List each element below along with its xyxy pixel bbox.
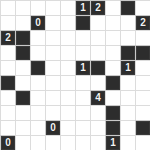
- cell-r1c8-empty[interactable]: [105, 0, 120, 15]
- cell-r10c9-empty[interactable]: [120, 135, 135, 150]
- cell-r4c3-empty[interactable]: [30, 45, 45, 60]
- cell-r2c2-empty[interactable]: [15, 15, 30, 30]
- cell-r4c6-empty[interactable]: [75, 45, 90, 60]
- cell-r7c3-empty[interactable]: [30, 90, 45, 105]
- cell-r3c7-empty[interactable]: [90, 30, 105, 45]
- cell-r6c2-empty[interactable]: [15, 75, 30, 90]
- cell-r1c7-clue-2: 2: [90, 0, 105, 15]
- cell-r9c7-empty[interactable]: [90, 120, 105, 135]
- cell-r1c9-wall: [120, 0, 135, 15]
- cell-r9c6-empty[interactable]: [75, 120, 90, 135]
- cell-r2c3-clue-0: 0: [30, 15, 45, 30]
- cell-r10c4-empty[interactable]: [45, 135, 60, 150]
- cell-r6c1-wall: [0, 75, 15, 90]
- cell-r9c10-wall: [135, 120, 150, 135]
- cell-r6c5-empty[interactable]: [60, 75, 75, 90]
- cell-r9c3-empty[interactable]: [30, 120, 45, 135]
- cell-r10c5-empty[interactable]: [60, 135, 75, 150]
- cell-r5c4-empty[interactable]: [45, 60, 60, 75]
- cell-r5c7-wall: [90, 60, 105, 75]
- cell-r9c8-wall: [105, 120, 120, 135]
- cell-r3c1-clue-2: 2: [0, 30, 15, 45]
- cell-r8c1-empty[interactable]: [0, 105, 15, 120]
- cell-r6c10-empty[interactable]: [135, 75, 150, 90]
- cell-r3c2-wall: [15, 30, 30, 45]
- cell-r8c6-empty[interactable]: [75, 105, 90, 120]
- cell-r1c4-empty[interactable]: [45, 0, 60, 15]
- cell-r10c8-clue-1: 1: [105, 135, 120, 150]
- cell-r2c7-empty[interactable]: [90, 15, 105, 30]
- cell-r6c9-empty[interactable]: [120, 75, 135, 90]
- cell-r3c10-empty[interactable]: [135, 30, 150, 45]
- cell-r1c2-empty[interactable]: [15, 0, 30, 15]
- cell-r5c10-empty[interactable]: [135, 60, 150, 75]
- cell-r2c10-clue-2: 2: [135, 15, 150, 30]
- puzzle-board: 12022114001: [0, 0, 150, 150]
- cell-r5c6-clue-1: 1: [75, 60, 90, 75]
- cell-r1c1-empty[interactable]: [0, 0, 15, 15]
- cell-r3c8-empty[interactable]: [105, 30, 120, 45]
- cell-r4c2-wall: [15, 45, 30, 60]
- cell-r7c7-clue-4: 4: [90, 90, 105, 105]
- cell-r3c3-empty[interactable]: [30, 30, 45, 45]
- cell-r7c8-empty[interactable]: [105, 90, 120, 105]
- cell-r8c2-empty[interactable]: [15, 105, 30, 120]
- cell-r4c9-wall: [120, 45, 135, 60]
- cell-r7c4-empty[interactable]: [45, 90, 60, 105]
- cell-r7c2-wall: [15, 90, 30, 105]
- cell-r2c6-wall: [75, 15, 90, 30]
- cell-r9c5-empty[interactable]: [60, 120, 75, 135]
- cell-r6c7-empty[interactable]: [90, 75, 105, 90]
- cell-r9c9-empty[interactable]: [120, 120, 135, 135]
- cell-r7c10-empty[interactable]: [135, 90, 150, 105]
- cell-r7c9-empty[interactable]: [120, 90, 135, 105]
- cell-r5c8-empty[interactable]: [105, 60, 120, 75]
- cell-r4c4-empty[interactable]: [45, 45, 60, 60]
- cell-r2c4-empty[interactable]: [45, 15, 60, 30]
- cell-r9c2-empty[interactable]: [15, 120, 30, 135]
- cell-r7c5-empty[interactable]: [60, 90, 75, 105]
- cell-r7c6-empty[interactable]: [75, 90, 90, 105]
- cell-r8c7-empty[interactable]: [90, 105, 105, 120]
- cell-r8c9-empty[interactable]: [120, 105, 135, 120]
- cell-r1c5-empty[interactable]: [60, 0, 75, 15]
- cell-r4c8-empty[interactable]: [105, 45, 120, 60]
- cell-r7c1-empty[interactable]: [0, 90, 15, 105]
- cell-r6c3-empty[interactable]: [30, 75, 45, 90]
- cell-r9c1-empty[interactable]: [0, 120, 15, 135]
- cell-r10c3-empty[interactable]: [30, 135, 45, 150]
- cell-r6c8-wall: [105, 75, 120, 90]
- cell-r2c9-empty[interactable]: [120, 15, 135, 30]
- cell-r5c9-clue-1: 1: [120, 60, 135, 75]
- cell-r1c6-clue-1: 1: [75, 0, 90, 15]
- cell-r4c7-empty[interactable]: [90, 45, 105, 60]
- cell-r6c4-empty[interactable]: [45, 75, 60, 90]
- cell-r10c10-empty[interactable]: [135, 135, 150, 150]
- cell-r5c2-empty[interactable]: [15, 60, 30, 75]
- cell-r6c6-empty[interactable]: [75, 75, 90, 90]
- cell-r10c1-clue-0: 0: [0, 135, 15, 150]
- cell-r4c5-empty[interactable]: [60, 45, 75, 60]
- cell-r2c5-empty[interactable]: [60, 15, 75, 30]
- cell-r3c6-empty[interactable]: [75, 30, 90, 45]
- cell-r10c2-empty[interactable]: [15, 135, 30, 150]
- cell-r2c1-empty[interactable]: [0, 15, 15, 30]
- cell-r4c1-empty[interactable]: [0, 45, 15, 60]
- cell-r8c3-empty[interactable]: [30, 105, 45, 120]
- cell-r2c8-empty[interactable]: [105, 15, 120, 30]
- cell-r10c7-empty[interactable]: [90, 135, 105, 150]
- cell-r5c1-empty[interactable]: [0, 60, 15, 75]
- cell-r10c6-empty[interactable]: [75, 135, 90, 150]
- cell-r1c10-empty[interactable]: [135, 0, 150, 15]
- cell-r8c4-empty[interactable]: [45, 105, 60, 120]
- cell-r9c4-clue-0: 0: [45, 120, 60, 135]
- cell-r5c5-empty[interactable]: [60, 60, 75, 75]
- cell-r3c5-empty[interactable]: [60, 30, 75, 45]
- cell-r8c10-empty[interactable]: [135, 105, 150, 120]
- cell-r4c10-wall: [135, 45, 150, 60]
- cell-r3c4-empty[interactable]: [45, 30, 60, 45]
- cell-r5c3-wall: [30, 60, 45, 75]
- cell-r3c9-empty[interactable]: [120, 30, 135, 45]
- cell-r8c8-wall: [105, 105, 120, 120]
- cell-r1c3-empty[interactable]: [30, 0, 45, 15]
- cell-r8c5-empty[interactable]: [60, 105, 75, 120]
